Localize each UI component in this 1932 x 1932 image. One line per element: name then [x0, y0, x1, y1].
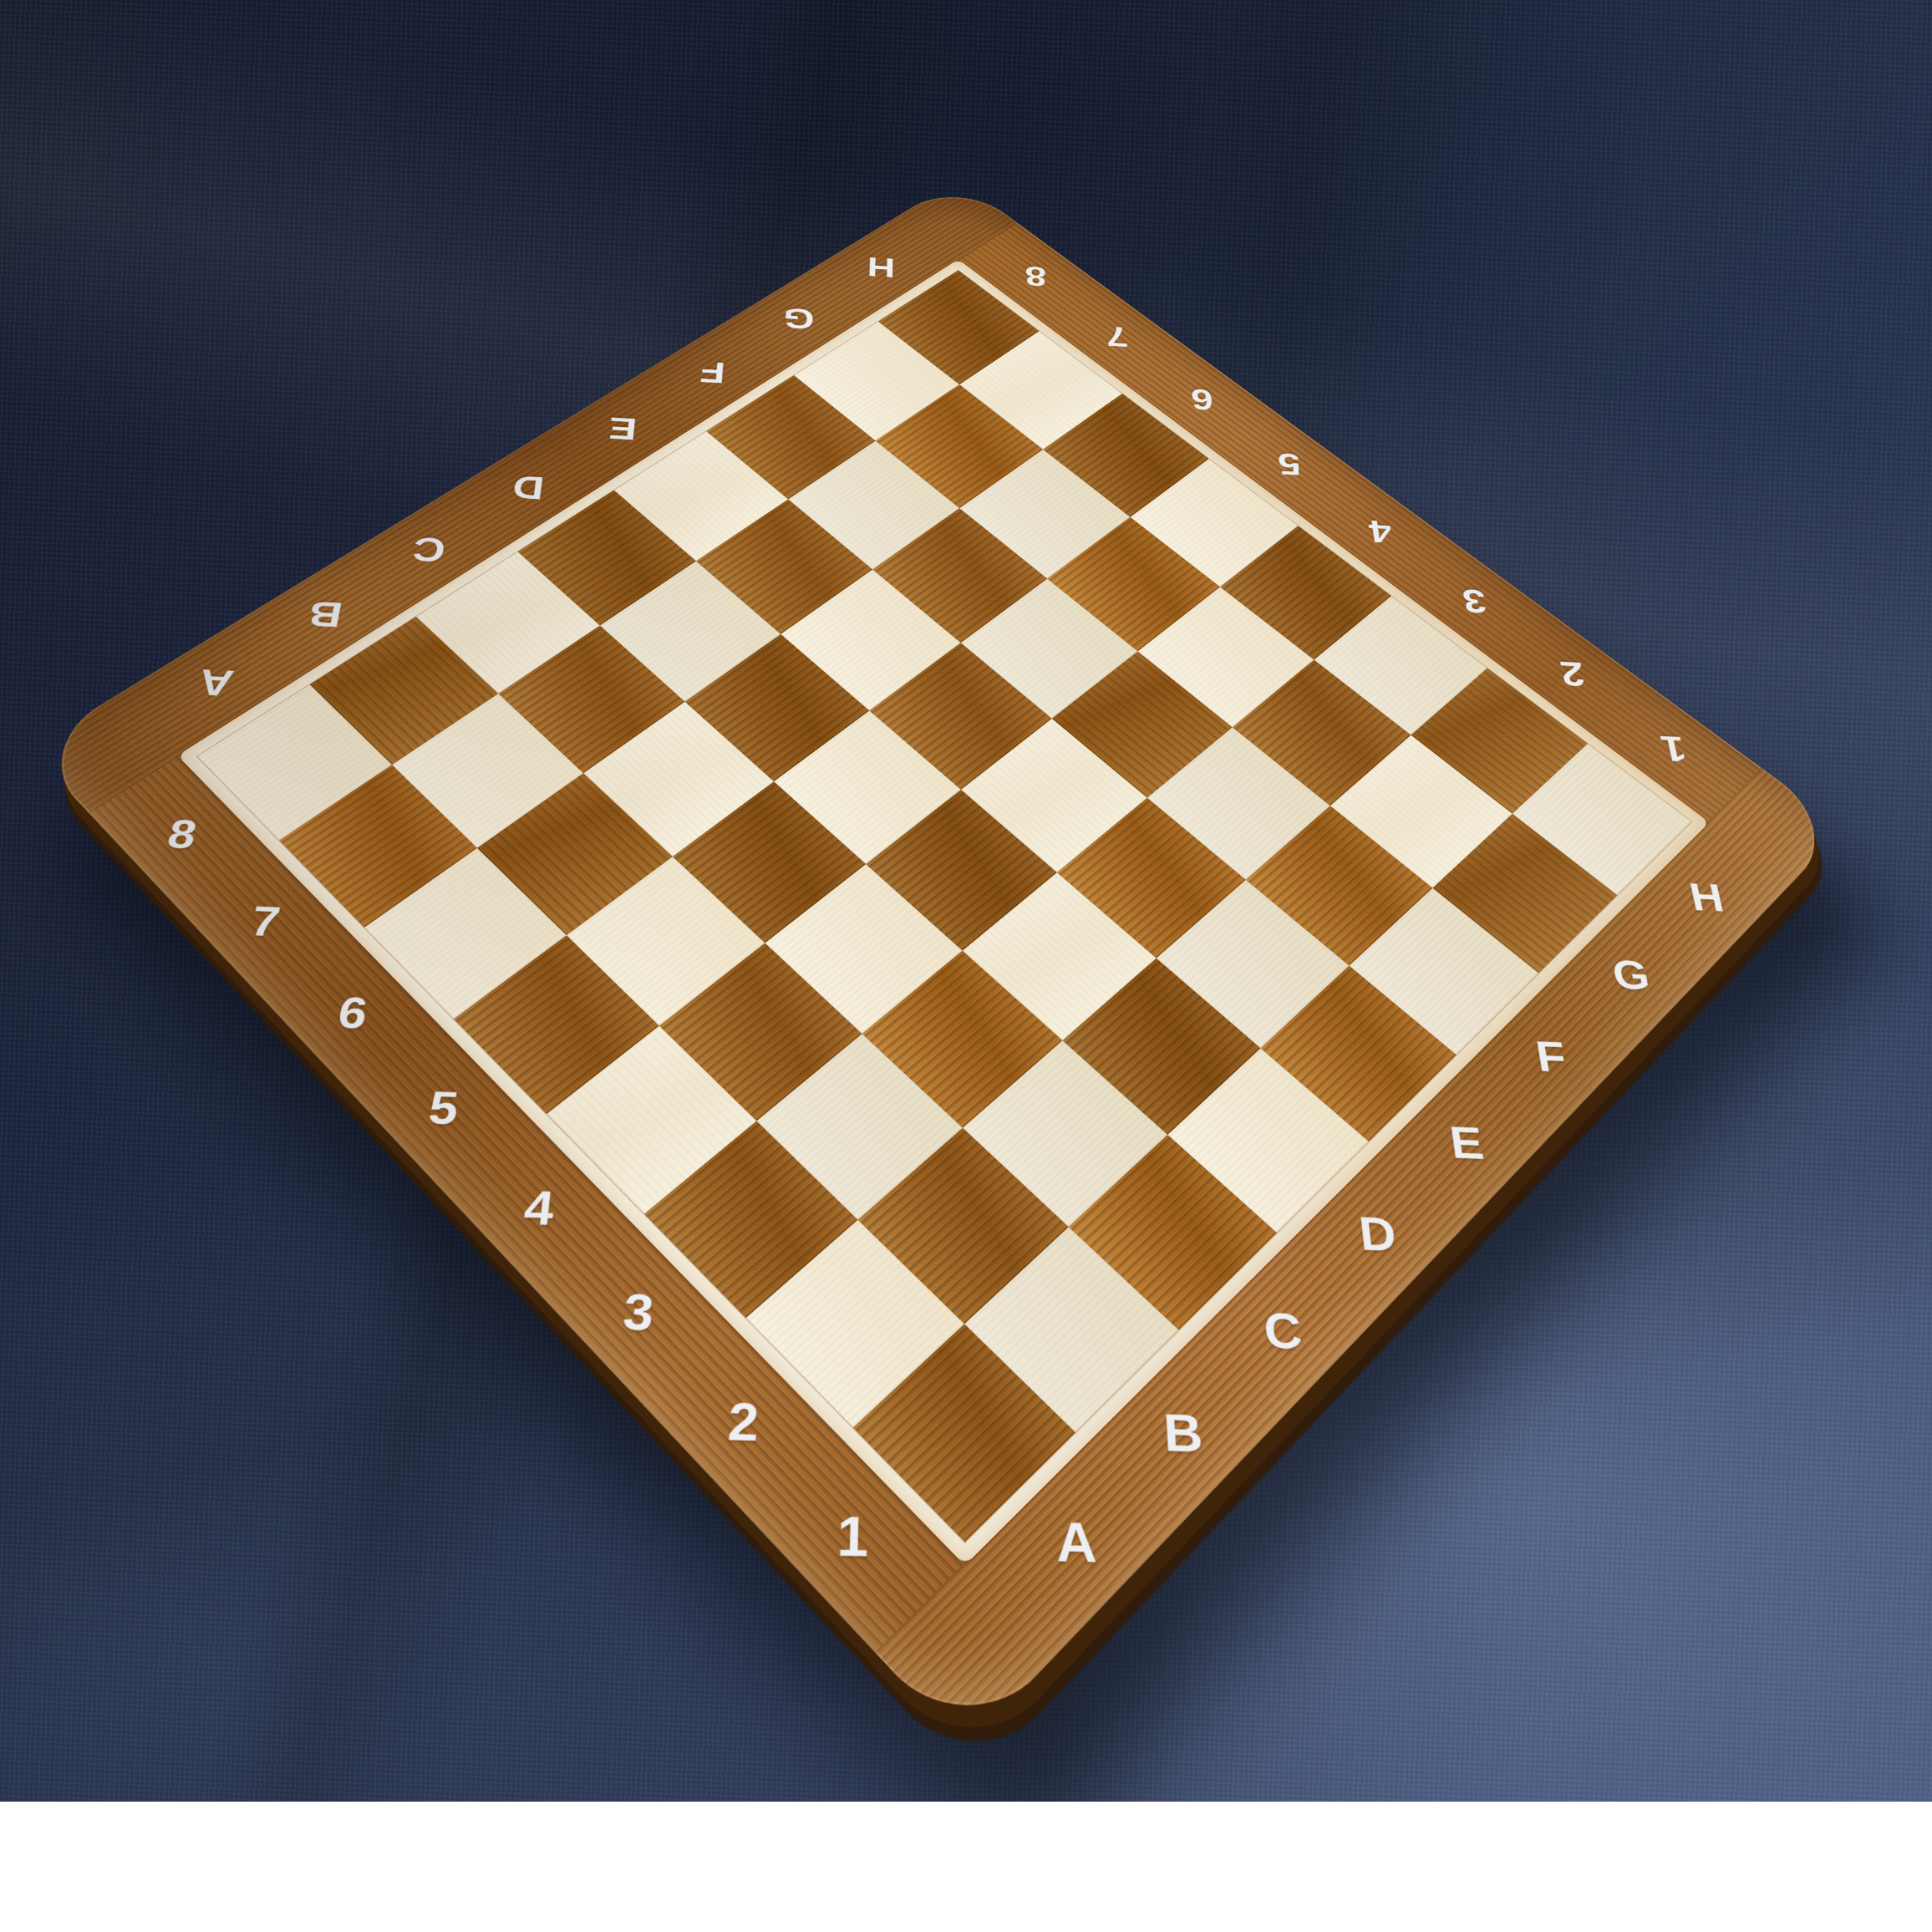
bottom-white-bar [0, 1802, 1932, 1932]
fabric-backdrop: ABCDEFGH ABCDEFGH 87654321 87654321 [0, 0, 1932, 1802]
playing-field [197, 271, 1691, 1543]
chess-board: ABCDEFGH ABCDEFGH 87654321 87654321 [28, 179, 1843, 1749]
chessboard-product-photo: ABCDEFGH ABCDEFGH 87654321 87654321 [0, 0, 1932, 1932]
